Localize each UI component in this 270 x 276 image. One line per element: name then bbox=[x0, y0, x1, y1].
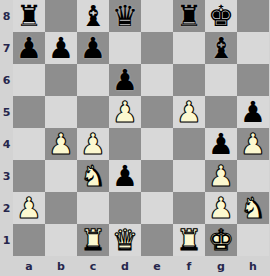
square-e5[interactable] bbox=[141, 96, 173, 128]
square-g5[interactable] bbox=[205, 96, 237, 128]
square-c4[interactable]: ♟ bbox=[77, 128, 109, 160]
rank-label-3: 3 bbox=[0, 160, 13, 192]
square-c7[interactable]: ♟ bbox=[77, 32, 109, 64]
file-label-e: e bbox=[141, 256, 173, 276]
square-f5[interactable]: ♟ bbox=[173, 96, 205, 128]
square-e3[interactable] bbox=[141, 160, 173, 192]
square-c1[interactable]: ♜ bbox=[77, 224, 109, 256]
white-king: ♚ bbox=[208, 224, 234, 256]
file-label-b: b bbox=[45, 256, 77, 276]
file-label-g: g bbox=[205, 256, 237, 276]
square-e1[interactable] bbox=[141, 224, 173, 256]
black-pawn: ♟ bbox=[112, 160, 138, 192]
square-b3[interactable] bbox=[45, 160, 77, 192]
black-bishop: ♝ bbox=[208, 32, 234, 64]
file-label-c: c bbox=[77, 256, 109, 276]
square-a4[interactable] bbox=[13, 128, 45, 160]
rank-label-7: 7 bbox=[0, 32, 13, 64]
rank-label-1: 1 bbox=[0, 224, 13, 256]
white-rook: ♜ bbox=[176, 224, 202, 256]
square-b2[interactable] bbox=[45, 192, 77, 224]
square-h3[interactable] bbox=[237, 160, 269, 192]
square-c2[interactable] bbox=[77, 192, 109, 224]
square-e8[interactable] bbox=[141, 0, 173, 32]
square-h6[interactable] bbox=[237, 64, 269, 96]
black-queen: ♛ bbox=[112, 0, 138, 32]
square-e6[interactable] bbox=[141, 64, 173, 96]
square-g8[interactable]: ♚ bbox=[205, 0, 237, 32]
square-h7[interactable] bbox=[237, 32, 269, 64]
square-c8[interactable]: ♝ bbox=[77, 0, 109, 32]
square-d5[interactable]: ♟ bbox=[109, 96, 141, 128]
square-g1[interactable]: ♚ bbox=[205, 224, 237, 256]
file-labels: abcdefgh bbox=[13, 256, 269, 276]
square-d1[interactable]: ♛ bbox=[109, 224, 141, 256]
white-pawn: ♟ bbox=[240, 128, 266, 160]
black-bishop: ♝ bbox=[80, 0, 106, 32]
square-h2[interactable]: ♞ bbox=[237, 192, 269, 224]
square-g2[interactable]: ♟ bbox=[205, 192, 237, 224]
file-label-d: d bbox=[109, 256, 141, 276]
rank-label-8: 8 bbox=[0, 0, 13, 32]
square-h5[interactable]: ♟ bbox=[237, 96, 269, 128]
square-b8[interactable] bbox=[45, 0, 77, 32]
black-pawn: ♟ bbox=[240, 96, 266, 128]
rank-label-5: 5 bbox=[0, 96, 13, 128]
white-knight: ♞ bbox=[240, 192, 266, 224]
black-pawn: ♟ bbox=[208, 128, 234, 160]
square-a6[interactable] bbox=[13, 64, 45, 96]
black-rook: ♜ bbox=[176, 0, 202, 32]
rank-label-4: 4 bbox=[0, 128, 13, 160]
square-d8[interactable]: ♛ bbox=[109, 0, 141, 32]
square-g7[interactable]: ♝ bbox=[205, 32, 237, 64]
square-a5[interactable] bbox=[13, 96, 45, 128]
square-h1[interactable] bbox=[237, 224, 269, 256]
black-pawn: ♟ bbox=[48, 32, 74, 64]
file-label-h: h bbox=[237, 256, 269, 276]
square-b1[interactable] bbox=[45, 224, 77, 256]
square-d6[interactable]: ♟ bbox=[109, 64, 141, 96]
white-pawn: ♟ bbox=[208, 160, 234, 192]
square-f2[interactable] bbox=[173, 192, 205, 224]
white-pawn: ♟ bbox=[80, 128, 106, 160]
white-rook: ♜ bbox=[80, 224, 106, 256]
white-pawn: ♟ bbox=[48, 128, 74, 160]
square-e2[interactable] bbox=[141, 192, 173, 224]
square-e7[interactable] bbox=[141, 32, 173, 64]
square-h4[interactable]: ♟ bbox=[237, 128, 269, 160]
square-b7[interactable]: ♟ bbox=[45, 32, 77, 64]
black-king: ♚ bbox=[208, 0, 234, 32]
square-f6[interactable] bbox=[173, 64, 205, 96]
white-queen: ♛ bbox=[112, 224, 138, 256]
white-pawn: ♟ bbox=[16, 192, 42, 224]
square-f8[interactable]: ♜ bbox=[173, 0, 205, 32]
square-f3[interactable] bbox=[173, 160, 205, 192]
white-pawn: ♟ bbox=[112, 96, 138, 128]
rank-labels: 87654321 bbox=[0, 0, 13, 256]
square-a1[interactable] bbox=[13, 224, 45, 256]
black-rook: ♜ bbox=[16, 0, 42, 32]
square-f7[interactable] bbox=[173, 32, 205, 64]
white-pawn: ♟ bbox=[208, 192, 234, 224]
black-pawn: ♟ bbox=[16, 32, 42, 64]
square-e4[interactable] bbox=[141, 128, 173, 160]
black-pawn: ♟ bbox=[112, 64, 138, 96]
square-d3[interactable]: ♟ bbox=[109, 160, 141, 192]
square-c6[interactable] bbox=[77, 64, 109, 96]
square-g3[interactable]: ♟ bbox=[205, 160, 237, 192]
square-a2[interactable]: ♟ bbox=[13, 192, 45, 224]
square-a3[interactable] bbox=[13, 160, 45, 192]
white-knight: ♞ bbox=[80, 160, 106, 192]
square-c5[interactable] bbox=[77, 96, 109, 128]
square-g4[interactable]: ♟ bbox=[205, 128, 237, 160]
square-f1[interactable]: ♜ bbox=[173, 224, 205, 256]
file-label-f: f bbox=[173, 256, 205, 276]
square-h8[interactable] bbox=[237, 0, 269, 32]
square-f4[interactable] bbox=[173, 128, 205, 160]
square-g6[interactable] bbox=[205, 64, 237, 96]
square-d4[interactable] bbox=[109, 128, 141, 160]
chess-diagram: 87654321 ♜♝♛♜♚♟♟♟♝♟♟♟♟♟♟♟♟♞♟♟♟♟♞♜♛♜♚ abc… bbox=[0, 0, 270, 276]
square-b6[interactable] bbox=[45, 64, 77, 96]
square-d7[interactable] bbox=[109, 32, 141, 64]
square-b5[interactable] bbox=[45, 96, 77, 128]
rank-label-6: 6 bbox=[0, 64, 13, 96]
square-c3[interactable]: ♞ bbox=[77, 160, 109, 192]
square-b4[interactable]: ♟ bbox=[45, 128, 77, 160]
square-a7[interactable]: ♟ bbox=[13, 32, 45, 64]
black-pawn: ♟ bbox=[80, 32, 106, 64]
white-pawn: ♟ bbox=[176, 96, 202, 128]
chess-board: ♜♝♛♜♚♟♟♟♝♟♟♟♟♟♟♟♟♞♟♟♟♟♞♜♛♜♚ bbox=[13, 0, 269, 256]
rank-label-2: 2 bbox=[0, 192, 13, 224]
square-d2[interactable] bbox=[109, 192, 141, 224]
file-label-a: a bbox=[13, 256, 45, 276]
square-a8[interactable]: ♜ bbox=[13, 0, 45, 32]
